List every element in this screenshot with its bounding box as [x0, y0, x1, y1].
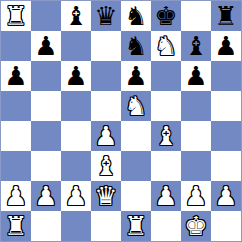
square-b6[interactable] [31, 61, 61, 91]
piece-white-pawn[interactable]: ♟ [64, 181, 87, 211]
piece-black-bishop[interactable]: ♝ [184, 31, 207, 61]
square-c5[interactable] [61, 91, 91, 121]
square-f1[interactable] [151, 211, 181, 241]
piece-black-rook[interactable]: ♜ [214, 1, 237, 31]
piece-white-pawn[interactable]: ♟ [154, 181, 177, 211]
square-a7[interactable] [1, 31, 31, 61]
square-a2[interactable]: ♟ [1, 181, 31, 211]
square-f7[interactable]: ♞ [151, 31, 181, 61]
square-f4[interactable]: ♝ [151, 121, 181, 151]
square-g1[interactable]: ♚ [181, 211, 211, 241]
piece-white-king[interactable]: ♚ [184, 211, 207, 241]
square-h2[interactable]: ♟ [211, 181, 241, 211]
square-b5[interactable] [31, 91, 61, 121]
square-a3[interactable] [1, 151, 31, 181]
square-d5[interactable] [91, 91, 121, 121]
square-e6[interactable]: ♟ [121, 61, 151, 91]
piece-black-pawn[interactable]: ♟ [214, 31, 237, 61]
square-d8[interactable]: ♛ [91, 1, 121, 31]
square-h5[interactable] [211, 91, 241, 121]
piece-white-bishop[interactable]: ♝ [154, 121, 177, 151]
square-a6[interactable]: ♟ [1, 61, 31, 91]
piece-white-knight[interactable]: ♞ [124, 91, 147, 121]
square-e7[interactable]: ♞ [121, 31, 151, 61]
square-c6[interactable]: ♟ [61, 61, 91, 91]
piece-black-pawn[interactable]: ♟ [64, 61, 87, 91]
square-d6[interactable] [91, 61, 121, 91]
square-f8[interactable]: ♚ [151, 1, 181, 31]
piece-black-queen[interactable]: ♛ [94, 1, 117, 31]
square-f6[interactable] [151, 61, 181, 91]
square-h7[interactable]: ♟ [211, 31, 241, 61]
square-d4[interactable]: ♟ [91, 121, 121, 151]
piece-white-queen[interactable]: ♛ [94, 181, 117, 211]
square-f2[interactable]: ♟ [151, 181, 181, 211]
square-e2[interactable] [121, 181, 151, 211]
square-h3[interactable] [211, 151, 241, 181]
piece-black-pawn[interactable]: ♟ [4, 61, 27, 91]
square-e3[interactable] [121, 151, 151, 181]
square-g3[interactable] [181, 151, 211, 181]
square-b3[interactable] [31, 151, 61, 181]
square-a8[interactable]: ♜ [1, 1, 31, 31]
square-c8[interactable]: ♝ [61, 1, 91, 31]
square-g7[interactable]: ♝ [181, 31, 211, 61]
square-h8[interactable]: ♜ [211, 1, 241, 31]
square-b8[interactable] [31, 1, 61, 31]
piece-white-rook[interactable]: ♜ [4, 211, 27, 241]
piece-black-pawn[interactable]: ♟ [124, 61, 147, 91]
square-c2[interactable]: ♟ [61, 181, 91, 211]
square-b2[interactable]: ♟ [31, 181, 61, 211]
square-e5[interactable]: ♞ [121, 91, 151, 121]
piece-black-bishop[interactable]: ♝ [64, 1, 87, 31]
piece-white-pawn[interactable]: ♟ [214, 181, 237, 211]
square-h6[interactable] [211, 61, 241, 91]
square-d7[interactable] [91, 31, 121, 61]
chess-board: ♜♝♛♞♚♜♟♞♞♝♟♟♟♟♟♞♟♝♝♟♟♟♛♟♟♟♜♜♚ [0, 0, 242, 242]
piece-white-pawn[interactable]: ♟ [34, 181, 57, 211]
square-c7[interactable] [61, 31, 91, 61]
piece-white-knight[interactable]: ♞ [154, 31, 177, 61]
square-c1[interactable] [61, 211, 91, 241]
square-h1[interactable] [211, 211, 241, 241]
square-e4[interactable] [121, 121, 151, 151]
square-b4[interactable] [31, 121, 61, 151]
square-a5[interactable] [1, 91, 31, 121]
square-d2[interactable]: ♛ [91, 181, 121, 211]
square-c4[interactable] [61, 121, 91, 151]
piece-white-rook[interactable]: ♜ [124, 211, 147, 241]
piece-white-pawn[interactable]: ♟ [184, 181, 207, 211]
square-a1[interactable]: ♜ [1, 211, 31, 241]
square-e1[interactable]: ♜ [121, 211, 151, 241]
piece-white-pawn[interactable]: ♟ [4, 181, 27, 211]
piece-white-bishop[interactable]: ♝ [94, 151, 117, 181]
square-g5[interactable] [181, 91, 211, 121]
piece-black-knight[interactable]: ♞ [124, 31, 147, 61]
piece-white-rook[interactable]: ♜ [4, 1, 27, 31]
piece-white-pawn[interactable]: ♟ [94, 121, 117, 151]
square-g4[interactable] [181, 121, 211, 151]
piece-black-pawn[interactable]: ♟ [34, 31, 57, 61]
square-a4[interactable] [1, 121, 31, 151]
piece-black-pawn[interactable]: ♟ [184, 61, 207, 91]
square-b1[interactable] [31, 211, 61, 241]
piece-black-knight[interactable]: ♞ [124, 1, 147, 31]
square-g6[interactable]: ♟ [181, 61, 211, 91]
square-d1[interactable] [91, 211, 121, 241]
square-f5[interactable] [151, 91, 181, 121]
square-h4[interactable] [211, 121, 241, 151]
square-e8[interactable]: ♞ [121, 1, 151, 31]
square-g8[interactable] [181, 1, 211, 31]
square-f3[interactable] [151, 151, 181, 181]
square-g2[interactable]: ♟ [181, 181, 211, 211]
square-c3[interactable] [61, 151, 91, 181]
square-d3[interactable]: ♝ [91, 151, 121, 181]
square-b7[interactable]: ♟ [31, 31, 61, 61]
piece-black-king[interactable]: ♚ [154, 1, 177, 31]
